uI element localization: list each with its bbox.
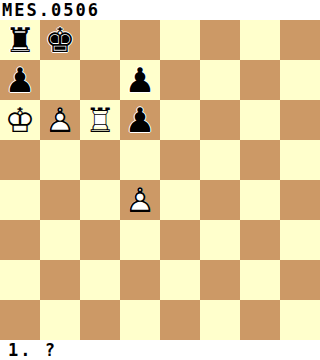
- square-h5[interactable]: [280, 140, 320, 180]
- square-c7[interactable]: [80, 60, 120, 100]
- square-g1[interactable]: [240, 300, 280, 340]
- square-f1[interactable]: [200, 300, 240, 340]
- square-e8[interactable]: [160, 20, 200, 60]
- diagram-title: MES.0506: [0, 0, 100, 20]
- square-f8[interactable]: [200, 20, 240, 60]
- white-rook: ♜♖: [85, 100, 115, 140]
- white-pawn: ♟♙: [125, 180, 155, 220]
- square-b2[interactable]: [40, 260, 80, 300]
- square-b8[interactable]: ♚: [40, 20, 80, 60]
- square-e4[interactable]: [160, 180, 200, 220]
- square-a3[interactable]: [0, 220, 40, 260]
- square-f4[interactable]: [200, 180, 240, 220]
- square-d2[interactable]: [120, 260, 160, 300]
- square-h4[interactable]: [280, 180, 320, 220]
- square-g3[interactable]: [240, 220, 280, 260]
- square-e7[interactable]: [160, 60, 200, 100]
- square-h6[interactable]: [280, 100, 320, 140]
- square-c8[interactable]: [80, 20, 120, 60]
- square-b5[interactable]: [40, 140, 80, 180]
- square-h8[interactable]: [280, 20, 320, 60]
- square-g7[interactable]: [240, 60, 280, 100]
- square-g5[interactable]: [240, 140, 280, 180]
- piece-outline-glyph: ♙: [125, 180, 155, 220]
- square-a4[interactable]: [0, 180, 40, 220]
- square-a2[interactable]: [0, 260, 40, 300]
- square-h7[interactable]: [280, 60, 320, 100]
- square-e5[interactable]: [160, 140, 200, 180]
- square-e3[interactable]: [160, 220, 200, 260]
- square-c3[interactable]: [80, 220, 120, 260]
- square-d3[interactable]: [120, 220, 160, 260]
- square-a8[interactable]: ♜: [0, 20, 40, 60]
- square-d1[interactable]: [120, 300, 160, 340]
- square-d8[interactable]: [120, 20, 160, 60]
- black-pawn: ♟: [125, 60, 155, 100]
- white-pawn: ♟♙: [45, 100, 75, 140]
- square-b3[interactable]: [40, 220, 80, 260]
- square-f3[interactable]: [200, 220, 240, 260]
- square-f6[interactable]: [200, 100, 240, 140]
- square-d5[interactable]: [120, 140, 160, 180]
- square-b6[interactable]: ♟♙: [40, 100, 80, 140]
- square-g8[interactable]: [240, 20, 280, 60]
- square-f2[interactable]: [200, 260, 240, 300]
- black-rook: ♜: [5, 20, 35, 60]
- black-pawn: ♟: [5, 60, 35, 100]
- square-c5[interactable]: [80, 140, 120, 180]
- square-c2[interactable]: [80, 260, 120, 300]
- square-d7[interactable]: ♟: [120, 60, 160, 100]
- square-h3[interactable]: [280, 220, 320, 260]
- square-f7[interactable]: [200, 60, 240, 100]
- square-d6[interactable]: ♟: [120, 100, 160, 140]
- piece-outline-glyph: ♖: [85, 100, 115, 140]
- square-a7[interactable]: ♟: [0, 60, 40, 100]
- square-c4[interactable]: [80, 180, 120, 220]
- square-g4[interactable]: [240, 180, 280, 220]
- square-b4[interactable]: [40, 180, 80, 220]
- chess-board: ♜♚♟♟♚♔♟♙♜♖♟♟♙: [0, 20, 320, 340]
- square-a1[interactable]: [0, 300, 40, 340]
- piece-outline-glyph: ♔: [5, 100, 35, 140]
- square-g6[interactable]: [240, 100, 280, 140]
- square-d4[interactable]: ♟♙: [120, 180, 160, 220]
- square-h1[interactable]: [280, 300, 320, 340]
- square-c1[interactable]: [80, 300, 120, 340]
- move-prompt: 1. ?: [0, 340, 57, 360]
- square-c6[interactable]: ♜♖: [80, 100, 120, 140]
- white-king: ♚♔: [5, 100, 35, 140]
- square-b1[interactable]: [40, 300, 80, 340]
- square-b7[interactable]: [40, 60, 80, 100]
- square-g2[interactable]: [240, 260, 280, 300]
- square-a5[interactable]: [0, 140, 40, 180]
- piece-outline-glyph: ♙: [45, 100, 75, 140]
- square-f5[interactable]: [200, 140, 240, 180]
- square-e6[interactable]: [160, 100, 200, 140]
- square-a6[interactable]: ♚♔: [0, 100, 40, 140]
- square-e2[interactable]: [160, 260, 200, 300]
- square-e1[interactable]: [160, 300, 200, 340]
- black-pawn: ♟: [125, 100, 155, 140]
- black-king: ♚: [45, 20, 75, 60]
- square-h2[interactable]: [280, 260, 320, 300]
